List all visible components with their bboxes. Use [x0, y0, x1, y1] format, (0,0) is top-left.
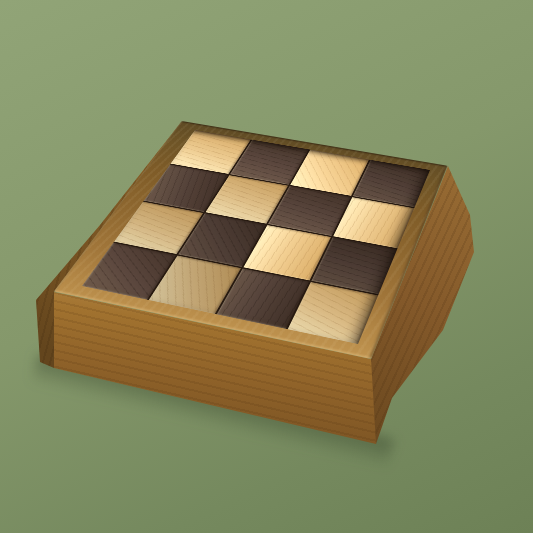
photo-background	[0, 0, 533, 533]
